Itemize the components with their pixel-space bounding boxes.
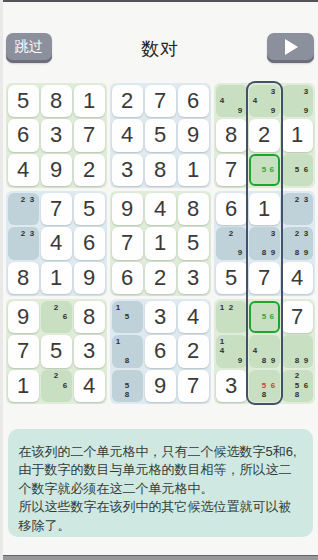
candidate-1: 1 <box>218 303 227 312</box>
cell-r1c3[interactable]: 1 <box>74 85 105 117</box>
app-screen: 跳过 数对 5816374922764593814934939821756562… <box>3 0 318 560</box>
bottom-edge-bar <box>3 555 318 560</box>
candidate-4: 4 <box>251 96 260 105</box>
cell-r2c1[interactable]: 6 <box>8 119 39 151</box>
cell-r8c8[interactable]: 489 <box>249 335 280 367</box>
cell-r4c5[interactable]: 4 <box>145 193 176 225</box>
cell-r9c1[interactable]: 1 <box>8 370 39 402</box>
cell-r3c5[interactable]: 8 <box>145 154 176 186</box>
box-9: 125671494898935682568 <box>214 299 315 404</box>
cell-r4c4[interactable]: 9 <box>112 193 143 225</box>
cell-r2c8[interactable]: 2 <box>249 119 280 151</box>
candidate-3: 3 <box>269 87 278 96</box>
cell-r3c8[interactable]: 56 <box>249 154 280 186</box>
cell-r8c9[interactable]: 89 <box>282 335 313 367</box>
cell-r1c4[interactable]: 2 <box>112 85 143 117</box>
candidate-9: 9 <box>302 356 311 365</box>
cell-r4c9[interactable]: 23 <box>282 193 313 225</box>
box-5: 948715623 <box>110 191 211 296</box>
candidate-9: 9 <box>269 248 278 257</box>
cell-r5c2[interactable]: 4 <box>41 227 72 259</box>
cell-r3c2[interactable]: 9 <box>41 154 72 186</box>
candidate-9: 9 <box>302 106 311 115</box>
cell-r7c6[interactable]: 4 <box>178 301 209 333</box>
board: 5816374922764593814934939821756562375234… <box>6 83 315 404</box>
candidate-3: 3 <box>302 229 311 238</box>
cell-r7c1[interactable]: 9 <box>8 301 39 333</box>
cell-r9c8[interactable]: 568 <box>249 370 280 402</box>
candidate-2: 2 <box>19 229 28 238</box>
cell-r7c5[interactable]: 3 <box>145 301 176 333</box>
candidate-9: 9 <box>269 356 278 365</box>
cell-r1c9[interactable]: 39 <box>282 85 313 117</box>
cell-r2c3[interactable]: 7 <box>74 119 105 151</box>
cell-r9c4[interactable]: 58 <box>112 370 143 402</box>
cell-r9c3[interactable]: 4 <box>74 370 105 402</box>
cell-r5c6[interactable]: 5 <box>178 227 209 259</box>
cell-r2c9[interactable]: 1 <box>282 119 313 151</box>
candidate-5: 5 <box>293 381 302 390</box>
candidate-3: 3 <box>28 195 37 204</box>
cell-r8c2[interactable]: 5 <box>41 335 72 367</box>
candidate-1: 1 <box>218 337 227 346</box>
candidate-2: 2 <box>19 195 28 204</box>
candidate-8: 8 <box>260 391 269 400</box>
cell-r9c7[interactable]: 3 <box>216 370 247 402</box>
candidate-8: 8 <box>260 356 269 365</box>
candidate-5: 5 <box>123 381 132 390</box>
cell-r2c5[interactable]: 5 <box>145 119 176 151</box>
cell-r7c7[interactable]: 12 <box>216 301 247 333</box>
cell-r1c5[interactable]: 7 <box>145 85 176 117</box>
cell-r5c3[interactable]: 6 <box>74 227 105 259</box>
candidate-3: 3 <box>302 87 311 96</box>
cell-r1c1[interactable]: 5 <box>8 85 39 117</box>
cell-r8c6[interactable]: 2 <box>178 335 209 367</box>
cell-r5c1[interactable]: 23 <box>8 227 39 259</box>
cell-r6c9[interactable]: 4 <box>282 262 313 294</box>
box-4: 23752346819 <box>6 191 107 296</box>
candidate-9: 9 <box>236 356 245 365</box>
cell-r9c9[interactable]: 2568 <box>282 370 313 402</box>
candidate-4: 4 <box>218 347 227 356</box>
candidate-5: 5 <box>260 166 268 174</box>
candidate-2: 2 <box>52 303 61 312</box>
cell-r9c5[interactable]: 9 <box>145 370 176 402</box>
cell-r1c8[interactable]: 349 <box>249 85 280 117</box>
cell-r1c7[interactable]: 49 <box>216 85 247 117</box>
candidate-3: 3 <box>302 195 311 204</box>
cell-r8c5[interactable]: 6 <box>145 335 176 367</box>
cell-r5c7[interactable]: 29 <box>216 227 247 259</box>
cell-r1c6[interactable]: 6 <box>178 85 209 117</box>
candidate-5: 5 <box>260 313 268 321</box>
candidate-6: 6 <box>268 313 276 321</box>
cell-r7c3[interactable]: 8 <box>74 301 105 333</box>
cell-r2c2[interactable]: 3 <box>41 119 72 151</box>
candidate-9: 9 <box>302 248 311 257</box>
candidate-8: 8 <box>260 248 269 257</box>
cell-r6c8[interactable]: 7 <box>249 262 280 294</box>
cell-r7c4[interactable]: 15 <box>112 301 143 333</box>
cell-r6c6[interactable]: 3 <box>178 262 209 294</box>
cell-r8c7[interactable]: 149 <box>216 335 247 367</box>
play-button[interactable] <box>267 33 314 63</box>
cell-r5c4[interactable]: 7 <box>112 227 143 259</box>
cell-r8c4[interactable]: 18 <box>112 335 143 367</box>
candidate-2: 2 <box>52 372 61 381</box>
cell-r5c8[interactable]: 389 <box>249 227 280 259</box>
candidate-6: 6 <box>268 166 276 174</box>
candidate-8: 8 <box>293 391 302 400</box>
cell-r7c9[interactable]: 7 <box>282 301 313 333</box>
candidate-1: 1 <box>114 303 123 312</box>
box-1: 581637492 <box>6 83 107 188</box>
box-3: 493493982175656 <box>214 83 315 188</box>
cell-r4c6[interactable]: 8 <box>178 193 209 225</box>
cell-r6c5[interactable]: 2 <box>145 262 176 294</box>
candidate-1: 1 <box>114 337 123 346</box>
cell-r2c7[interactable]: 8 <box>216 119 247 151</box>
cell-r1c2[interactable]: 8 <box>41 85 72 117</box>
cell-r4c1[interactable]: 23 <box>8 193 39 225</box>
candidate-5: 5 <box>293 165 302 174</box>
candidate-6: 6 <box>61 381 70 390</box>
cell-r3c3[interactable]: 2 <box>74 154 105 186</box>
candidate-4: 4 <box>218 96 227 105</box>
candidate-9: 9 <box>269 106 278 115</box>
cell-r6c7[interactable]: 5 <box>216 262 247 294</box>
cell-r5c9[interactable]: 2389 <box>282 227 313 259</box>
cell-r6c1[interactable]: 8 <box>8 262 39 294</box>
candidate-3: 3 <box>269 229 278 238</box>
cell-r8c3[interactable]: 3 <box>74 335 105 367</box>
cell-r4c8[interactable]: 1 <box>249 193 280 225</box>
candidate-8: 8 <box>123 391 132 400</box>
description-paragraph-1: 在该列的二个单元格中，只有二个候选数字5和6, 由于数字的数目与单元格的数目相等… <box>19 443 302 498</box>
candidate-6: 6 <box>302 381 311 390</box>
candidate-2: 2 <box>293 372 302 381</box>
cell-r7c2[interactable]: 26 <box>41 301 72 333</box>
cell-r4c3[interactable]: 5 <box>74 193 105 225</box>
candidate-9: 9 <box>236 106 245 115</box>
candidate-5: 5 <box>260 381 269 390</box>
cell-r6c4[interactable]: 6 <box>112 262 143 294</box>
cell-r2c6[interactable]: 9 <box>178 119 209 151</box>
cell-r2c4[interactable]: 4 <box>112 119 143 151</box>
cell-r3c7[interactable]: 7 <box>216 154 247 186</box>
candidate-2: 2 <box>227 303 236 312</box>
tutorial-description: 在该列的二个单元格中，只有二个候选数字5和6, 由于数字的数目与单元格的数目相等… <box>8 429 313 537</box>
candidate-3: 3 <box>28 229 37 238</box>
cell-r4c2[interactable]: 7 <box>41 193 72 225</box>
box-8: 153418625897 <box>110 299 211 404</box>
candidate-6: 6 <box>302 165 311 174</box>
cell-r7c8[interactable]: 56 <box>249 301 280 333</box>
candidate-2: 2 <box>293 195 302 204</box>
cell-r3c1[interactable]: 4 <box>8 154 39 186</box>
play-icon <box>285 39 298 55</box>
candidate-8: 8 <box>293 248 302 257</box>
cell-r4c7[interactable]: 6 <box>216 193 247 225</box>
candidate-5: 5 <box>123 312 132 321</box>
box-2: 276459381 <box>110 83 211 188</box>
description-paragraph-2: 所以这些数字在该列中的其它候选位置就可以被移除了。 <box>19 498 302 535</box>
cell-r3c6[interactable]: 1 <box>178 154 209 186</box>
candidate-8: 8 <box>293 356 302 365</box>
candidate-4: 4 <box>251 347 260 356</box>
box-6: 6123293892389574 <box>214 191 315 296</box>
candidate-2: 2 <box>293 229 302 238</box>
cell-r6c3[interactable]: 9 <box>74 262 105 294</box>
candidate-2: 2 <box>227 229 236 238</box>
cell-r8c1[interactable]: 7 <box>8 335 39 367</box>
candidate-9: 9 <box>236 248 245 257</box>
header: 跳过 数对 <box>3 2 318 80</box>
cell-r6c2[interactable]: 1 <box>41 262 72 294</box>
candidate-6: 6 <box>61 312 70 321</box>
cell-r5c5[interactable]: 1 <box>145 227 176 259</box>
cell-r3c9[interactable]: 56 <box>282 154 313 186</box>
candidate-6: 6 <box>269 381 278 390</box>
box-7: 92687531264 <box>6 299 107 404</box>
candidate-8: 8 <box>123 356 132 365</box>
cell-r3c4[interactable]: 3 <box>112 154 143 186</box>
cell-r9c6[interactable]: 7 <box>178 370 209 402</box>
cell-r9c2[interactable]: 26 <box>41 370 72 402</box>
